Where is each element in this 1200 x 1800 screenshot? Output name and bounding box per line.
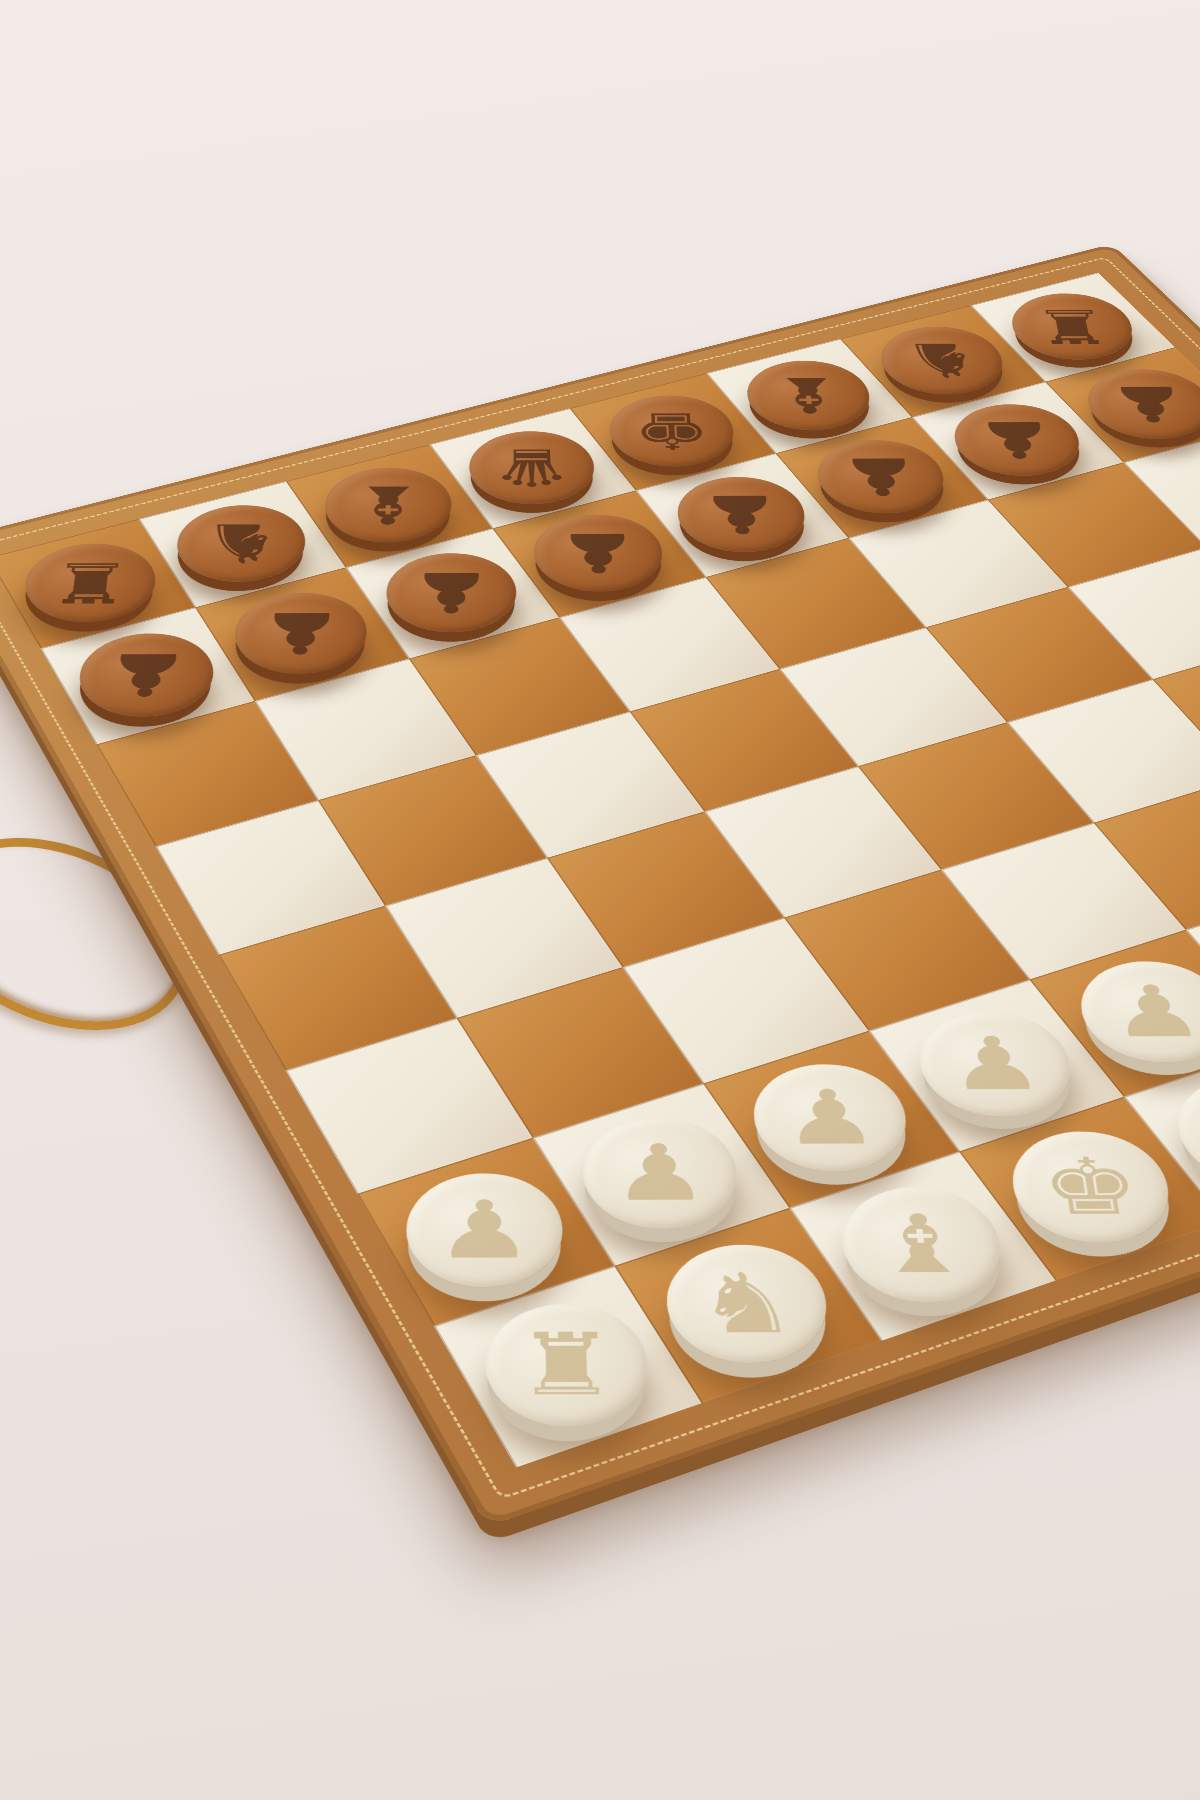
piece-brown-bishop-c8[interactable]: ♝	[306, 456, 471, 554]
piece-white-pawn-e2[interactable]: ♟	[1054, 946, 1200, 1080]
pawn-glyph: ♟	[676, 477, 809, 552]
rook-glyph: ♜	[486, 1304, 650, 1426]
piece-brown-pawn-e7[interactable]: ♟	[657, 465, 827, 564]
piece-brown-pawn-d7[interactable]: ♟	[513, 503, 683, 605]
queen-glyph: ♛	[1169, 1077, 1200, 1185]
piece-white-pawn-d2[interactable]: ♟	[894, 996, 1098, 1134]
queen-glyph: ♛	[469, 431, 595, 504]
piece-brown-knight-b8[interactable]: ♞	[159, 493, 324, 594]
piece-white-knight-b1[interactable]: ♞	[640, 1227, 854, 1383]
piece-brown-knight-g8[interactable]: ♞	[860, 316, 1024, 405]
photo-scene: ♜♞♝♚♛♝♞♜♟♟♟♟♟♟♟♟♟♟♟♟♟♟♟♟♜♞♝♛♚♝♞♜	[0, 0, 1200, 1800]
piece-brown-queen-d8[interactable]: ♛	[450, 420, 615, 516]
pawn-glyph: ♟	[405, 1173, 563, 1287]
piece-white-rook-a1[interactable]: ♜	[460, 1285, 674, 1446]
piece-white-pawn-b2[interactable]: ♟	[558, 1101, 763, 1247]
piece-white-pawn-c2[interactable]: ♟	[728, 1048, 933, 1190]
pawn-glyph: ♟	[914, 1012, 1078, 1116]
bishop-glyph: ♝	[838, 1187, 1007, 1302]
bishop-glyph: ♝	[323, 468, 451, 543]
king-glyph: ♚	[1006, 1132, 1178, 1243]
piece-brown-pawn-c7[interactable]: ♟	[367, 541, 538, 645]
piece-brown-pawn-b7[interactable]: ♟	[216, 580, 387, 687]
knight-glyph: ♞	[174, 505, 308, 581]
piece-brown-pawn-h7[interactable]: ♟	[1066, 358, 1200, 450]
pawn-glyph: ♟	[750, 1064, 911, 1171]
piece-white-pawn-a2[interactable]: ♟	[382, 1156, 588, 1306]
knight-glyph: ♞	[877, 327, 1008, 395]
rook-glyph: ♜	[1007, 293, 1139, 359]
pawn-glyph: ♟	[232, 593, 368, 674]
king-glyph: ♚	[609, 396, 736, 467]
pawn-glyph: ♟	[814, 440, 948, 513]
pawn-glyph: ♟	[1082, 369, 1200, 439]
rook-glyph: ♜	[20, 544, 159, 622]
piece-brown-pawn-a7[interactable]: ♟	[62, 621, 233, 731]
pawn-glyph: ♟	[950, 404, 1086, 475]
pawn-glyph: ♟	[75, 633, 217, 716]
knight-glyph: ♞	[664, 1245, 831, 1363]
piece-white-bishop-c1[interactable]: ♝	[815, 1170, 1028, 1322]
piece-brown-rook-a8[interactable]: ♜	[8, 531, 174, 634]
bishop-glyph: ♝	[744, 361, 873, 430]
piece-white-king-d1[interactable]: ♚	[985, 1114, 1197, 1261]
piece-brown-pawn-g7[interactable]: ♟	[933, 393, 1102, 487]
piece-brown-pawn-f7[interactable]: ♟	[796, 429, 966, 526]
piece-brown-bishop-f8[interactable]: ♝	[727, 350, 891, 442]
piece-brown-king-e8[interactable]: ♚	[590, 385, 755, 479]
piece-brown-rook-h8[interactable]: ♜	[991, 283, 1155, 370]
pawn-glyph: ♟	[582, 1118, 741, 1228]
pawn-glyph: ♟	[1074, 961, 1200, 1062]
pawn-glyph: ♟	[385, 553, 516, 632]
pawn-glyph: ♟	[533, 515, 664, 592]
